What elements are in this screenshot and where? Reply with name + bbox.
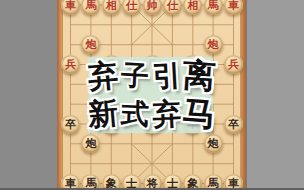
piece-character: 炮 (85, 39, 96, 50)
piece-character: 馬 (85, 0, 96, 11)
piece-character: 卒 (228, 119, 239, 130)
piece-character: 炮 (208, 39, 219, 50)
caption-char: 马 (180, 90, 216, 137)
piece-black-soldier-f9[interactable]: 卒 (224, 115, 243, 134)
piece-red-horse-f8[interactable]: 馬 (204, 0, 223, 15)
caption-char: 新 (86, 92, 119, 135)
piece-red-cannon-f8[interactable]: 炮 (204, 35, 223, 54)
piece-red-elephant-f3[interactable]: 相 (102, 0, 121, 15)
right-gray-bar (246, 0, 304, 190)
caption-char: 子 (120, 56, 150, 96)
piece-character: 帅 (147, 0, 158, 11)
bottom-edge-strip (0, 188, 304, 190)
piece-character: 仕 (126, 0, 137, 11)
caption-band-line1: 弃子引离 (88, 57, 213, 95)
video-frame: 車馬相仕帅仕相馬車炮炮兵兵兵兵兵卒卒卒卒卒炮炮車馬象士将士象馬車 弃子引离 新式… (0, 0, 304, 190)
piece-character: 仕 (167, 0, 178, 11)
caption-char: 弃 (86, 54, 119, 97)
caption-char: 式 (120, 94, 150, 134)
piece-red-general-f5[interactable]: 帅 (143, 0, 162, 15)
caption-char: 弃 (151, 93, 182, 134)
piece-character: 卒 (65, 119, 76, 130)
piece-red-advisor-f6[interactable]: 仕 (163, 0, 182, 15)
piece-red-soldier-f9[interactable]: 兵 (224, 55, 243, 74)
piece-character: 馬 (208, 0, 219, 11)
piece-character: 炮 (208, 138, 219, 149)
left-gray-bar (0, 0, 58, 190)
caption-band-line2: 新式弃马 (88, 95, 213, 133)
piece-character: 車 (65, 0, 76, 11)
piece-character: 車 (228, 0, 239, 11)
piece-character: 相 (187, 0, 198, 11)
piece-character: 相 (106, 0, 117, 11)
caption-char: 引 (151, 55, 182, 96)
piece-character: 兵 (228, 59, 239, 70)
piece-character: 炮 (85, 138, 96, 149)
piece-black-soldier-f1[interactable]: 卒 (61, 115, 80, 134)
piece-character: 兵 (65, 59, 76, 70)
piece-red-soldier-f1[interactable]: 兵 (61, 55, 80, 74)
